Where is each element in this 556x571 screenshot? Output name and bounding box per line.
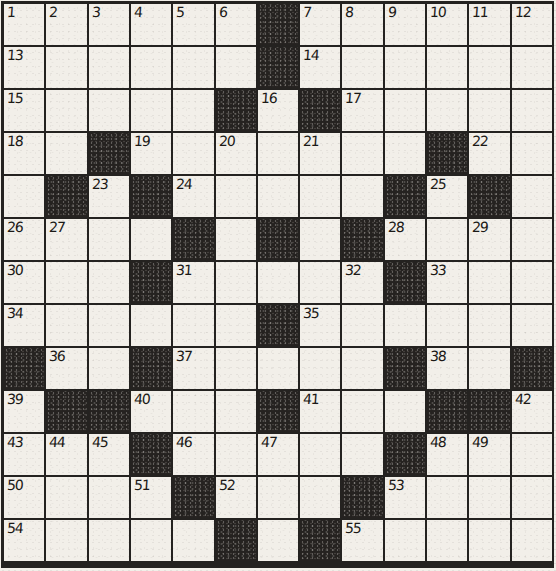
clue-number-26: 26 [6,220,23,235]
black-cell-r4c3 [89,133,129,174]
cell-r13c13[interactable] [512,520,552,561]
cell-r11c2[interactable]: 44 [46,434,86,475]
cell-r7c1[interactable]: 30 [4,262,44,303]
cell-r8c13[interactable] [512,305,552,346]
clue-number-20: 20 [218,134,235,149]
cell-r7c3[interactable] [89,262,129,303]
cell-r2c10[interactable] [385,47,425,88]
clue-number-46: 46 [176,435,193,450]
black-cell-r5c2 [46,176,86,217]
clue-number-27: 27 [49,220,66,235]
cell-r11c13[interactable] [512,434,552,475]
cell-r10c1[interactable]: 39 [4,391,44,432]
black-cell-r11c10 [385,434,425,475]
clue-number-19: 19 [133,134,150,149]
black-cell-r6c5 [173,219,213,260]
cell-r4c5[interactable] [173,133,213,174]
cell-r9c6[interactable] [216,348,256,389]
cell-r7c5[interactable]: 31 [173,262,213,303]
clue-number-17: 17 [345,91,362,106]
clue-number-10: 10 [430,5,447,20]
clue-number-45: 45 [91,435,108,450]
clue-number-13: 13 [6,48,23,63]
clue-number-18: 18 [6,134,23,149]
black-cell-r11c4 [131,434,171,475]
cell-r2c6[interactable] [216,47,256,88]
cell-r11c7[interactable]: 47 [258,434,298,475]
clue-number-6: 6 [218,5,227,20]
cell-r1c4[interactable]: 4 [131,4,171,45]
clue-number-5: 5 [176,5,185,20]
black-cell-r8c7 [258,305,298,346]
clue-number-38: 38 [430,349,447,364]
clue-number-41: 41 [303,392,320,407]
cell-r9c8[interactable] [300,348,340,389]
clue-number-49: 49 [472,435,489,450]
crossword-grid: 1234567891011121314151617181920212223242… [1,1,554,568]
cell-r12c12[interactable] [469,477,509,518]
clue-number-54: 54 [6,521,23,536]
cell-r2c8[interactable]: 14 [300,47,340,88]
clue-number-34: 34 [6,306,23,321]
clue-number-30: 30 [6,263,23,278]
cell-r13c9[interactable]: 55 [342,520,382,561]
cell-r1c11[interactable]: 10 [427,4,467,45]
cell-r5c5[interactable]: 24 [173,176,213,217]
clue-number-52: 52 [218,478,235,493]
cell-r8c12[interactable] [469,305,509,346]
cell-r2c1[interactable]: 13 [4,47,44,88]
cell-r12c6[interactable]: 52 [216,477,256,518]
clue-number-50: 50 [6,478,23,493]
cell-r3c9[interactable]: 17 [342,90,382,131]
black-cell-r5c12 [469,176,509,217]
clue-number-22: 22 [472,134,489,149]
black-cell-r5c4 [131,176,171,217]
clue-number-21: 21 [303,134,320,149]
cell-r4c1[interactable]: 18 [4,133,44,174]
cell-r8c2[interactable] [46,305,86,346]
cell-r10c4[interactable]: 40 [131,391,171,432]
cell-r10c9[interactable] [342,391,382,432]
cell-r3c1[interactable]: 15 [4,90,44,131]
clue-number-8: 8 [345,5,354,20]
cell-r3c11[interactable] [427,90,467,131]
cell-r4c2[interactable] [46,133,86,174]
clue-number-44: 44 [49,435,66,450]
cell-r13c2[interactable] [46,520,86,561]
cell-r11c9[interactable] [342,434,382,475]
cell-r3c10[interactable] [385,90,425,131]
cell-r4c8[interactable]: 21 [300,133,340,174]
cell-r13c12[interactable] [469,520,509,561]
clue-number-53: 53 [387,478,404,493]
clue-number-43: 43 [6,435,23,450]
cell-r4c10[interactable] [385,133,425,174]
cell-r10c5[interactable] [173,391,213,432]
cell-r7c13[interactable] [512,262,552,303]
cell-r5c3[interactable]: 23 [89,176,129,217]
clue-number-7: 7 [303,5,312,20]
cell-r3c7[interactable]: 16 [258,90,298,131]
black-cell-r10c11 [427,391,467,432]
cell-r2c3[interactable] [89,47,129,88]
cell-r1c8[interactable]: 7 [300,4,340,45]
cell-r3c2[interactable] [46,90,86,131]
cell-r6c1[interactable]: 26 [4,219,44,260]
clue-number-42: 42 [514,392,531,407]
black-cell-r2c7 [258,47,298,88]
cell-r8c1[interactable]: 34 [4,305,44,346]
cell-r7c2[interactable] [46,262,86,303]
cell-r3c4[interactable] [131,90,171,131]
cell-r8c6[interactable] [216,305,256,346]
cell-r6c6[interactable] [216,219,256,260]
cell-r11c12[interactable]: 49 [469,434,509,475]
cell-r1c9[interactable]: 8 [342,4,382,45]
clue-number-39: 39 [6,392,23,407]
clue-number-3: 3 [91,5,100,20]
clue-number-55: 55 [345,521,362,536]
black-cell-r10c7 [258,391,298,432]
cell-r2c12[interactable] [469,47,509,88]
cell-r6c11[interactable] [427,219,467,260]
cell-r10c6[interactable] [216,391,256,432]
cell-r9c9[interactable] [342,348,382,389]
cell-r4c7[interactable] [258,133,298,174]
clue-number-31: 31 [176,263,193,278]
black-cell-r7c4 [131,262,171,303]
black-cell-r3c6 [216,90,256,131]
cell-r13c5[interactable] [173,520,213,561]
cell-r12c10[interactable]: 53 [385,477,425,518]
cell-r11c1[interactable]: 43 [4,434,44,475]
clue-number-1: 1 [6,5,15,20]
scanned-crossword-page: 1234567891011121314151617181920212223242… [0,0,556,571]
cell-r9c11[interactable]: 38 [427,348,467,389]
black-cell-r6c7 [258,219,298,260]
cell-r2c11[interactable] [427,47,467,88]
clue-number-2: 2 [49,5,58,20]
cell-r13c1[interactable]: 54 [4,520,44,561]
cell-r6c8[interactable] [300,219,340,260]
clue-number-51: 51 [133,478,150,493]
cell-r4c4[interactable]: 19 [131,133,171,174]
cell-r9c12[interactable] [469,348,509,389]
cell-r8c5[interactable] [173,305,213,346]
cell-r9c3[interactable] [89,348,129,389]
cell-r11c6[interactable] [216,434,256,475]
cell-r12c1[interactable]: 50 [4,477,44,518]
cell-r2c13[interactable] [512,47,552,88]
cell-r12c2[interactable] [46,477,86,518]
cell-r12c13[interactable] [512,477,552,518]
black-cell-r9c4 [131,348,171,389]
cell-r4c12[interactable]: 22 [469,133,509,174]
clue-number-11: 11 [472,5,489,20]
cell-r10c8[interactable]: 41 [300,391,340,432]
black-cell-r1c7 [258,4,298,45]
clue-number-23: 23 [91,177,108,192]
cell-r1c6[interactable]: 6 [216,4,256,45]
cell-r6c12[interactable]: 29 [469,219,509,260]
cell-r1c1[interactable]: 1 [4,4,44,45]
clue-number-48: 48 [430,435,447,450]
clue-number-16: 16 [260,91,277,106]
clue-number-12: 12 [514,5,531,20]
cell-r2c9[interactable] [342,47,382,88]
black-cell-r13c6 [216,520,256,561]
cell-r11c5[interactable]: 46 [173,434,213,475]
cell-r10c13[interactable]: 42 [512,391,552,432]
clue-number-35: 35 [303,306,320,321]
cell-r4c9[interactable] [342,133,382,174]
cell-r8c9[interactable] [342,305,382,346]
cell-r4c13[interactable] [512,133,552,174]
cell-r12c4[interactable]: 51 [131,477,171,518]
black-cell-r10c12 [469,391,509,432]
cell-r1c3[interactable]: 3 [89,4,129,45]
cell-r7c6[interactable] [216,262,256,303]
black-cell-r4c11 [427,133,467,174]
clue-number-14: 14 [303,48,320,63]
cell-r12c8[interactable] [300,477,340,518]
cell-r13c3[interactable] [89,520,129,561]
cell-r8c8[interactable]: 35 [300,305,340,346]
cell-r5c7[interactable] [258,176,298,217]
cell-r6c3[interactable] [89,219,129,260]
clue-number-4: 4 [133,5,142,20]
black-cell-r7c10 [385,262,425,303]
cell-r10c10[interactable] [385,391,425,432]
cell-r1c5[interactable]: 5 [173,4,213,45]
cell-r5c13[interactable] [512,176,552,217]
cell-r6c10[interactable]: 28 [385,219,425,260]
black-cell-r10c2 [46,391,86,432]
cell-r2c4[interactable] [131,47,171,88]
cell-r4c6[interactable]: 20 [216,133,256,174]
black-cell-r5c10 [385,176,425,217]
cell-r11c3[interactable]: 45 [89,434,129,475]
clue-number-32: 32 [345,263,362,278]
cell-r8c3[interactable] [89,305,129,346]
clue-number-33: 33 [430,263,447,278]
clue-number-47: 47 [260,435,277,450]
cell-r7c9[interactable]: 32 [342,262,382,303]
black-cell-r9c10 [385,348,425,389]
cell-r6c4[interactable] [131,219,171,260]
cell-r1c2[interactable]: 2 [46,4,86,45]
black-cell-r13c8 [300,520,340,561]
cell-r5c1[interactable] [4,176,44,217]
cell-r9c5[interactable]: 37 [173,348,213,389]
clue-number-36: 36 [49,349,66,364]
cell-r11c8[interactable] [300,434,340,475]
clue-number-40: 40 [133,392,150,407]
black-cell-r6c9 [342,219,382,260]
black-cell-r10c3 [89,391,129,432]
cell-r13c4[interactable] [131,520,171,561]
cell-r2c2[interactable] [46,47,86,88]
cell-r12c7[interactable] [258,477,298,518]
clue-number-29: 29 [472,220,489,235]
cell-r1c13[interactable]: 12 [512,4,552,45]
clue-number-25: 25 [430,177,447,192]
black-cell-r12c9 [342,477,382,518]
cell-r13c11[interactable] [427,520,467,561]
cell-r12c11[interactable] [427,477,467,518]
cell-r13c7[interactable] [258,520,298,561]
cell-r2c5[interactable] [173,47,213,88]
cell-r8c4[interactable] [131,305,171,346]
clue-number-24: 24 [176,177,193,192]
cell-r5c11[interactable]: 25 [427,176,467,217]
cell-r6c13[interactable] [512,219,552,260]
cell-r8c11[interactable] [427,305,467,346]
cell-r3c5[interactable] [173,90,213,131]
clue-number-28: 28 [387,220,404,235]
cell-r8c10[interactable] [385,305,425,346]
cell-r7c12[interactable] [469,262,509,303]
cell-r1c10[interactable]: 9 [385,4,425,45]
cell-r13c10[interactable] [385,520,425,561]
cell-r3c3[interactable] [89,90,129,131]
cell-r11c11[interactable]: 48 [427,434,467,475]
cell-r6c2[interactable]: 27 [46,219,86,260]
cell-r12c3[interactable] [89,477,129,518]
cell-r5c6[interactable] [216,176,256,217]
cell-r9c7[interactable] [258,348,298,389]
cell-r3c12[interactable] [469,90,509,131]
clue-number-37: 37 [176,349,193,364]
cell-r7c7[interactable] [258,262,298,303]
cell-r5c8[interactable] [300,176,340,217]
cell-r5c9[interactable] [342,176,382,217]
black-cell-r9c13 [512,348,552,389]
clue-number-9: 9 [387,5,396,20]
cell-r7c8[interactable] [300,262,340,303]
cell-r9c2[interactable]: 36 [46,348,86,389]
black-cell-r9c1 [4,348,44,389]
black-cell-r12c5 [173,477,213,518]
black-cell-r3c8 [300,90,340,131]
cell-r1c12[interactable]: 11 [469,4,509,45]
cell-r3c13[interactable] [512,90,552,131]
cell-r7c11[interactable]: 33 [427,262,467,303]
clue-number-15: 15 [6,91,23,106]
